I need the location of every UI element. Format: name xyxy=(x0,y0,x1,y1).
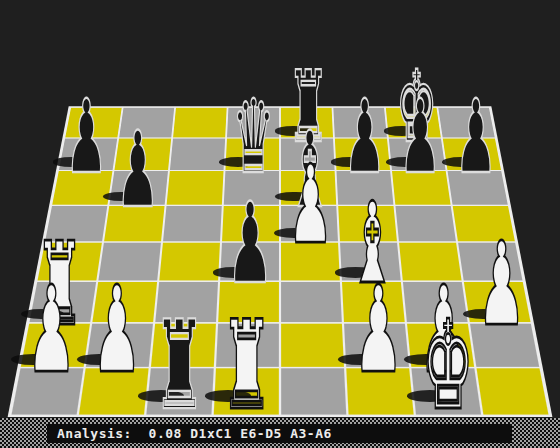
square-g1[interactable] xyxy=(410,368,482,416)
square-c5[interactable] xyxy=(162,205,223,242)
square-e7[interactable] xyxy=(280,138,336,171)
square-a8[interactable] xyxy=(64,107,122,138)
chess-board[interactable] xyxy=(8,106,553,417)
square-d4[interactable] xyxy=(219,242,280,281)
square-h5[interactable] xyxy=(452,205,516,242)
square-d7[interactable] xyxy=(224,138,280,171)
square-d6[interactable] xyxy=(223,171,280,206)
square-d8[interactable] xyxy=(226,107,280,138)
chess-app-screen: ♜♚♟♛♟♟♟♟♝♟♟♝♜♟♟♟♟♟♜♜♚ Analysis: 0.08 D1x… xyxy=(0,0,560,448)
square-h1[interactable] xyxy=(475,368,549,416)
square-c8[interactable] xyxy=(172,107,227,138)
square-b2[interactable] xyxy=(85,323,154,368)
square-b1[interactable] xyxy=(78,368,150,416)
square-e6[interactable] xyxy=(280,171,337,206)
square-b7[interactable] xyxy=(113,138,172,171)
square-g6[interactable] xyxy=(391,171,452,206)
analysis-bar: Analysis: 0.08 D1xC1 E6-D5 A3-A6 xyxy=(47,424,512,443)
square-e8[interactable] xyxy=(280,107,334,138)
square-h4[interactable] xyxy=(457,242,524,281)
square-e1[interactable] xyxy=(280,368,347,416)
square-e5[interactable] xyxy=(280,205,339,242)
square-f4[interactable] xyxy=(339,242,402,281)
square-d5[interactable] xyxy=(221,205,280,242)
square-b8[interactable] xyxy=(118,107,175,138)
square-c4[interactable] xyxy=(158,242,221,281)
square-b4[interactable] xyxy=(97,242,162,281)
square-a6[interactable] xyxy=(51,171,113,206)
square-e4[interactable] xyxy=(280,242,341,281)
square-c2[interactable] xyxy=(150,323,217,368)
square-b3[interactable] xyxy=(91,281,158,323)
square-f6[interactable] xyxy=(336,171,395,206)
square-g5[interactable] xyxy=(394,205,457,242)
square-f5[interactable] xyxy=(337,205,398,242)
square-h2[interactable] xyxy=(469,323,541,368)
analysis-gap xyxy=(132,426,149,441)
square-g4[interactable] xyxy=(398,242,463,281)
square-d3[interactable] xyxy=(217,281,280,323)
square-a1[interactable] xyxy=(10,368,84,416)
square-c1[interactable] xyxy=(145,368,215,416)
square-a5[interactable] xyxy=(44,205,108,242)
square-h8[interactable] xyxy=(437,107,495,138)
square-a4[interactable] xyxy=(36,242,103,281)
status-strip: Analysis: 0.08 D1xC1 E6-D5 A3-A6 xyxy=(0,418,560,448)
square-g7[interactable] xyxy=(388,138,447,171)
square-e2[interactable] xyxy=(280,323,345,368)
square-c6[interactable] xyxy=(166,171,225,206)
square-f2[interactable] xyxy=(343,323,410,368)
square-d1[interactable] xyxy=(213,368,280,416)
square-g8[interactable] xyxy=(385,107,442,138)
square-g3[interactable] xyxy=(402,281,469,323)
square-f1[interactable] xyxy=(345,368,415,416)
square-b6[interactable] xyxy=(108,171,169,206)
square-h6[interactable] xyxy=(447,171,509,206)
square-d2[interactable] xyxy=(215,323,280,368)
square-c7[interactable] xyxy=(169,138,226,171)
square-a7[interactable] xyxy=(58,138,118,171)
square-a2[interactable] xyxy=(20,323,92,368)
square-h7[interactable] xyxy=(442,138,502,171)
square-f3[interactable] xyxy=(341,281,406,323)
square-f7[interactable] xyxy=(334,138,391,171)
square-f8[interactable] xyxy=(332,107,387,138)
square-e3[interactable] xyxy=(280,281,343,323)
square-h3[interactable] xyxy=(463,281,532,323)
square-c3[interactable] xyxy=(154,281,219,323)
square-a3[interactable] xyxy=(28,281,97,323)
analysis-label: Analysis: xyxy=(57,426,132,441)
square-g2[interactable] xyxy=(406,323,475,368)
square-b5[interactable] xyxy=(103,205,166,242)
analysis-line: 0.08 D1xC1 E6-D5 A3-A6 xyxy=(149,426,332,441)
